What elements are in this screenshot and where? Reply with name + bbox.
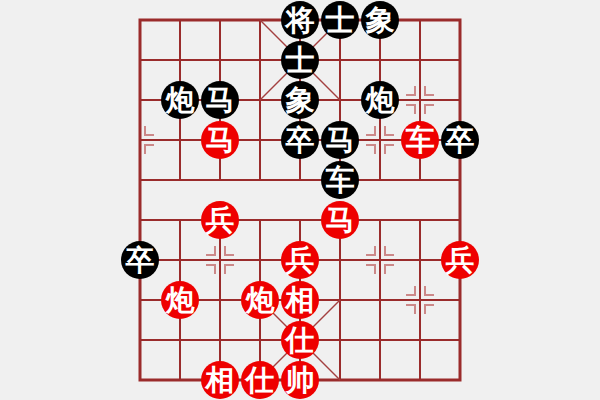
piece-black-cannon[interactable]: 炮: [161, 81, 199, 119]
piece-black-elephant[interactable]: 象: [361, 1, 399, 39]
piece-red-general[interactable]: 帅: [281, 361, 319, 399]
piece-red-elephant[interactable]: 相: [201, 361, 239, 399]
piece-red-horse[interactable]: 马: [201, 121, 239, 159]
piece-black-elephant[interactable]: 象: [281, 81, 319, 119]
piece-black-horse[interactable]: 马: [321, 121, 359, 159]
piece-red-advisor[interactable]: 仕: [281, 321, 319, 359]
piece-red-advisor[interactable]: 仕: [241, 361, 279, 399]
piece-red-chariot[interactable]: 车: [401, 121, 439, 159]
piece-black-advisor[interactable]: 士: [281, 41, 319, 79]
piece-black-cannon[interactable]: 炮: [361, 81, 399, 119]
piece-red-elephant[interactable]: 相: [281, 281, 319, 319]
piece-black-chariot[interactable]: 车: [321, 161, 359, 199]
piece-black-soldier[interactable]: 卒: [281, 121, 319, 159]
piece-red-cannon[interactable]: 炮: [241, 281, 279, 319]
piece-black-soldier[interactable]: 卒: [121, 241, 159, 279]
piece-red-soldier[interactable]: 兵: [441, 241, 479, 279]
xiangqi-board-area: 将士象士炮马象炮卒马卒车卒马车兵马兵兵炮炮相仕相仕帅: [0, 0, 600, 400]
piece-black-advisor[interactable]: 士: [321, 1, 359, 39]
piece-black-horse[interactable]: 马: [201, 81, 239, 119]
piece-red-horse[interactable]: 马: [321, 201, 359, 239]
piece-red-soldier[interactable]: 兵: [201, 201, 239, 239]
piece-red-cannon[interactable]: 炮: [161, 281, 199, 319]
piece-red-soldier[interactable]: 兵: [281, 241, 319, 279]
piece-black-general[interactable]: 将: [281, 1, 319, 39]
piece-black-soldier[interactable]: 卒: [441, 121, 479, 159]
